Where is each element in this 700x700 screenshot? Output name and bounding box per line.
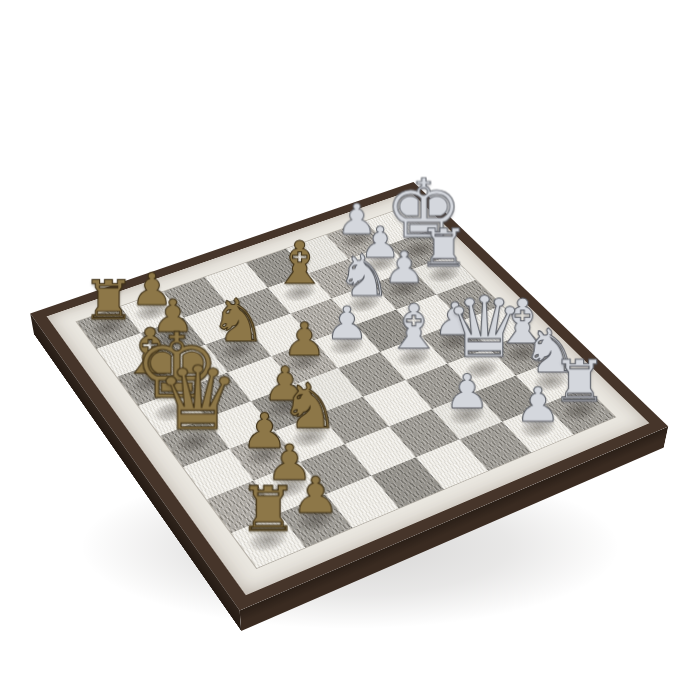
pawn-glyph: ♟ xyxy=(429,368,506,415)
piece-bronze-rook-h8[interactable]: ♜ xyxy=(227,478,310,540)
piece-silver-pawn-h2[interactable]: ♟ xyxy=(499,380,577,428)
product-photo-scene: ♜♝♚♛♜♟♟♟♟♟♞♟♞♟♝♟♞♝♟♟♟♟♟♛♟♚♜♝♞♜ xyxy=(0,0,700,700)
rook-glyph: ♜ xyxy=(227,478,310,540)
queen-glyph: ♛ xyxy=(156,354,234,442)
pawn-glyph: ♟ xyxy=(499,380,577,428)
piece-silver-queen-f2[interactable]: ♛ xyxy=(444,286,519,370)
queen-glyph: ♛ xyxy=(444,286,519,370)
piece-bronze-queen-e8[interactable]: ♛ xyxy=(156,354,234,442)
piece-silver-pawn-g3[interactable]: ♟ xyxy=(429,368,506,415)
